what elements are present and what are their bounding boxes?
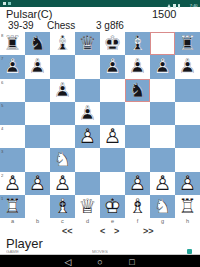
square-h1[interactable]: ♜♖ — [175, 195, 200, 218]
square-c6[interactable]: ♟♙ — [50, 79, 75, 102]
black-pawn[interactable]: ♟♙ — [125, 55, 150, 78]
square-a5[interactable] — [0, 102, 25, 125]
square-f1[interactable]: ♝♗ — [125, 195, 150, 218]
back-button[interactable]: ◁ — [65, 256, 72, 267]
square-h2[interactable]: ♟♙ — [175, 172, 200, 195]
square-h4[interactable] — [175, 125, 200, 148]
white-king[interactable]: ♚♔ — [100, 195, 125, 218]
piece-outline-glyph: ♙ — [150, 55, 175, 78]
piece-outline-glyph: ♕ — [75, 32, 100, 55]
recents-button[interactable]: □ — [129, 256, 134, 267]
square-c1[interactable]: ♝♗ — [50, 195, 75, 218]
piece-outline-glyph: ♖ — [175, 32, 200, 55]
square-c2[interactable]: ♟♙ — [50, 172, 75, 195]
white-bishop[interactable]: ♝♗ — [50, 195, 75, 218]
square-f4[interactable] — [125, 125, 150, 148]
piece-outline-glyph: ♙ — [175, 172, 200, 195]
chess-board[interactable]: ♜♖♞♘♝♗♛♕♚♔♝♗♜♖♟♙♟♙♟♙♟♙♟♙♟♙♟♙♞♘♟♙♟♙♟♙♞♘♟♙… — [0, 32, 200, 218]
engine-name-label: Pulsar(C) — [6, 8, 52, 20]
piece-outline-glyph: ♙ — [25, 172, 50, 195]
white-bishop[interactable]: ♝♗ — [125, 195, 150, 218]
square-a8[interactable]: ♜♖ — [0, 32, 25, 55]
piece-outline-glyph: ♘ — [150, 195, 175, 218]
square-e4[interactable]: ♟♙ — [100, 125, 125, 148]
go-next-button[interactable]: > — [114, 226, 119, 236]
file-label-g: g — [154, 218, 172, 224]
piece-outline-glyph: ♙ — [50, 172, 75, 195]
square-g1[interactable]: ♞♘ — [150, 195, 175, 218]
engine-rating: 1500 — [152, 8, 176, 20]
piece-outline-glyph: ♔ — [100, 32, 125, 55]
rank-label-5: 5 — [1, 103, 3, 107]
square-b3[interactable] — [25, 148, 50, 171]
white-knight[interactable]: ♞♘ — [50, 148, 75, 171]
square-e3[interactable] — [100, 148, 125, 171]
square-g3[interactable] — [150, 148, 175, 171]
go-last-button[interactable]: >> — [143, 226, 154, 236]
square-a1[interactable]: ♜♖ — [0, 195, 25, 218]
square-c7[interactable] — [50, 55, 75, 78]
go-prev-button[interactable]: < — [100, 226, 105, 236]
square-a4[interactable] — [0, 125, 25, 148]
last-move-label: 3 g8f6 — [96, 20, 124, 31]
white-pawn[interactable]: ♟♙ — [150, 172, 175, 195]
board-grid[interactable]: ♜♖♞♘♝♗♛♕♚♔♝♗♜♖♟♙♟♙♟♙♟♙♟♙♟♙♟♙♞♘♟♙♟♙♟♙♞♘♟♙… — [0, 32, 200, 218]
square-d8[interactable]: ♛♕ — [75, 32, 100, 55]
white-rook[interactable]: ♜♖ — [175, 195, 200, 218]
black-pawn[interactable]: ♟♙ — [175, 55, 200, 78]
square-h6[interactable] — [175, 79, 200, 102]
square-e8[interactable]: ♚♔ — [100, 32, 125, 55]
piece-outline-glyph: ♔ — [100, 195, 125, 218]
black-pawn[interactable]: ♟♙ — [0, 55, 25, 78]
square-g6[interactable] — [150, 79, 175, 102]
white-pawn[interactable]: ♟♙ — [175, 172, 200, 195]
black-knight[interactable]: ♞♘ — [25, 32, 50, 55]
file-label-a: a — [4, 218, 22, 224]
square-h7[interactable]: ♟♙ — [175, 55, 200, 78]
wifi-icon — [173, 4, 176, 8]
square-h3[interactable] — [175, 148, 200, 171]
notification-icons — [3, 2, 11, 5]
game-mode-label: Chess — [47, 20, 75, 31]
rank-label-1: 1 — [1, 196, 3, 200]
white-pawn[interactable]: ♟♙ — [50, 172, 75, 195]
piece-outline-glyph: ♘ — [25, 32, 50, 55]
square-g7[interactable]: ♟♙ — [150, 55, 175, 78]
piece-outline-glyph: ♙ — [175, 55, 200, 78]
square-f6[interactable]: ♞♘ — [125, 79, 150, 102]
square-a2[interactable]: ♟♙ — [0, 172, 25, 195]
go-first-button[interactable]: << — [62, 226, 73, 236]
white-pawn[interactable]: ♟♙ — [25, 172, 50, 195]
black-king[interactable]: ♚♔ — [100, 32, 125, 55]
android-status-bar: 7:40 — [0, 0, 200, 7]
square-c3[interactable]: ♞♘ — [50, 148, 75, 171]
status-time: 7:40 — [190, 3, 198, 8]
chess-app-screen: 7:40 Pulsar(C) 1500 39-39 Chess 3 g8f6 ♜… — [0, 0, 200, 267]
piece-outline-glyph: ♙ — [100, 125, 125, 148]
home-button[interactable]: ○ — [97, 256, 102, 267]
square-h8[interactable]: ♜♖ — [175, 32, 200, 55]
square-d4[interactable]: ♟♙ — [75, 125, 100, 148]
rank-label-7: 7 — [1, 56, 3, 60]
file-labels: abcdefgh — [0, 218, 200, 226]
square-c4[interactable] — [50, 125, 75, 148]
square-f8[interactable]: ♝♗ — [125, 32, 150, 55]
square-e1[interactable]: ♚♔ — [100, 195, 125, 218]
piece-outline-glyph: ♙ — [125, 55, 150, 78]
square-a3[interactable] — [0, 148, 25, 171]
square-b4[interactable] — [25, 125, 50, 148]
black-knight[interactable]: ♞♘ — [125, 79, 150, 102]
square-e6[interactable] — [100, 79, 125, 102]
file-label-c: c — [54, 218, 72, 224]
square-b1[interactable] — [25, 195, 50, 218]
file-label-h: h — [179, 218, 197, 224]
piece-outline-glyph: ♙ — [75, 102, 100, 125]
rank-label-6: 6 — [1, 80, 3, 84]
square-a6[interactable] — [0, 79, 25, 102]
square-g5[interactable] — [150, 102, 175, 125]
rank-label-4: 4 — [1, 126, 3, 130]
square-f3[interactable] — [125, 148, 150, 171]
white-pawn[interactable]: ♟♙ — [100, 125, 125, 148]
rank-label-2: 2 — [1, 173, 3, 177]
notification-icon — [8, 2, 11, 5]
black-rook[interactable]: ♜♖ — [0, 32, 25, 55]
square-f7[interactable]: ♟♙ — [125, 55, 150, 78]
square-b2[interactable]: ♟♙ — [25, 172, 50, 195]
square-e7[interactable]: ♟♙ — [100, 55, 125, 78]
square-f5[interactable] — [125, 102, 150, 125]
square-g2[interactable]: ♟♙ — [150, 172, 175, 195]
black-bishop[interactable]: ♝♗ — [125, 32, 150, 55]
square-d2[interactable] — [75, 172, 100, 195]
file-label-d: d — [79, 218, 97, 224]
square-g8[interactable] — [150, 32, 175, 55]
file-label-f: f — [129, 218, 147, 224]
piece-outline-glyph: ♙ — [0, 55, 25, 78]
white-pawn[interactable]: ♟♙ — [75, 125, 100, 148]
piece-outline-glyph: ♙ — [25, 55, 50, 78]
black-bishop[interactable]: ♝♗ — [50, 32, 75, 55]
piece-outline-glyph: ♙ — [75, 125, 100, 148]
piece-outline-glyph: ♘ — [125, 79, 150, 102]
file-label-e: e — [104, 218, 122, 224]
rank-label-3: 3 — [1, 149, 3, 153]
piece-outline-glyph: ♘ — [50, 148, 75, 171]
piece-outline-glyph: ♙ — [50, 79, 75, 102]
piece-outline-glyph: ♙ — [125, 172, 150, 195]
piece-outline-glyph: ♗ — [50, 32, 75, 55]
black-pawn[interactable]: ♟♙ — [150, 55, 175, 78]
black-pawn[interactable]: ♟♙ — [100, 55, 125, 78]
square-c5[interactable] — [50, 102, 75, 125]
square-b8[interactable]: ♞♘ — [25, 32, 50, 55]
white-rook[interactable]: ♜♖ — [0, 195, 25, 218]
piece-outline-glyph: ♖ — [0, 195, 25, 218]
notification-icon — [3, 2, 6, 5]
black-pawn[interactable]: ♟♙ — [75, 102, 100, 125]
piece-outline-glyph: ♙ — [0, 172, 25, 195]
square-d7[interactable] — [75, 55, 100, 78]
square-a7[interactable]: ♟♙ — [0, 55, 25, 78]
piece-outline-glyph: ♖ — [175, 195, 200, 218]
white-knight[interactable]: ♞♘ — [150, 195, 175, 218]
piece-outline-glyph: ♗ — [125, 195, 150, 218]
black-pawn[interactable]: ♟♙ — [50, 79, 75, 102]
piece-outline-glyph: ♗ — [125, 32, 150, 55]
battery-icon — [178, 4, 180, 8]
square-e2[interactable] — [100, 172, 125, 195]
rank-label-8: 8 — [1, 33, 3, 37]
square-b6[interactable] — [25, 79, 50, 102]
piece-outline-glyph: ♖ — [0, 32, 25, 55]
square-d1[interactable]: ♛♕ — [75, 195, 100, 218]
square-e5[interactable] — [100, 102, 125, 125]
android-navigation-bar: ◁ ○ □ — [0, 254, 200, 267]
square-d3[interactable] — [75, 148, 100, 171]
black-rook[interactable]: ♜♖ — [175, 32, 200, 55]
square-d5[interactable]: ♟♙ — [75, 102, 100, 125]
piece-outline-glyph: ♕ — [75, 195, 100, 218]
square-b7[interactable]: ♟♙ — [25, 55, 50, 78]
black-queen[interactable]: ♛♕ — [75, 32, 100, 55]
white-pawn[interactable]: ♟♙ — [125, 172, 150, 195]
white-queen[interactable]: ♛♕ — [75, 195, 100, 218]
square-b5[interactable] — [25, 102, 50, 125]
piece-outline-glyph: ♙ — [150, 172, 175, 195]
square-d6[interactable] — [75, 79, 100, 102]
material-score: 39-39 — [8, 20, 34, 31]
square-h5[interactable] — [175, 102, 200, 125]
square-c8[interactable]: ♝♗ — [50, 32, 75, 55]
square-g4[interactable] — [150, 125, 175, 148]
square-f2[interactable]: ♟♙ — [125, 172, 150, 195]
signal-icon — [167, 4, 171, 8]
white-pawn[interactable]: ♟♙ — [0, 172, 25, 195]
file-label-b: b — [29, 218, 47, 224]
piece-outline-glyph: ♙ — [100, 55, 125, 78]
black-pawn[interactable]: ♟♙ — [25, 55, 50, 78]
piece-outline-glyph: ♗ — [50, 195, 75, 218]
